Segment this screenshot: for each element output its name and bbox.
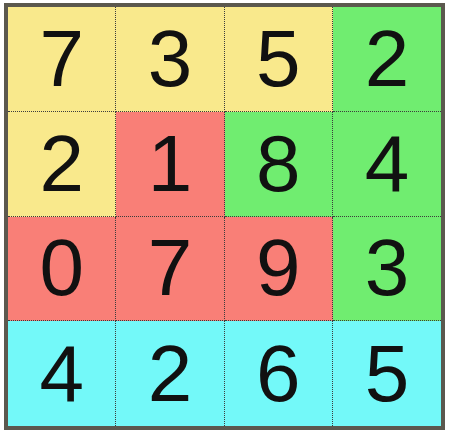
grid-cell-r4c4[interactable]: 5 [333,321,441,426]
cell-digit: 2 [148,334,193,414]
grid-cell-r1c3[interactable]: 5 [225,7,333,112]
grid-cell-r1c1[interactable]: 7 [8,7,116,112]
puzzle-grid: 7352218407934265 [8,7,441,426]
cell-digit: 5 [256,19,301,99]
grid-cell-r1c4[interactable]: 2 [333,7,441,112]
grid-cell-r2c2[interactable]: 1 [116,112,224,217]
cell-digit: 4 [39,334,84,414]
cell-digit: 2 [365,19,410,99]
grid-cell-r4c2[interactable]: 2 [116,321,224,426]
cell-digit: 0 [39,228,84,308]
cell-digit: 5 [365,334,410,414]
grid-cell-r4c1[interactable]: 4 [8,321,116,426]
grid-cell-r4c3[interactable]: 6 [225,321,333,426]
cell-digit: 4 [365,124,410,204]
grid-cell-r3c1[interactable]: 0 [8,217,116,322]
cell-digit: 2 [39,124,84,204]
grid-cell-r3c4[interactable]: 3 [333,217,441,322]
cell-digit: 7 [39,19,84,99]
grid-cell-r2c1[interactable]: 2 [8,112,116,217]
cell-digit: 1 [148,124,193,204]
grid-cell-r2c4[interactable]: 4 [333,112,441,217]
grid-cell-r3c3[interactable]: 9 [225,217,333,322]
grid-cell-r2c3[interactable]: 8 [225,112,333,217]
puzzle-board: 7352218407934265 [4,3,445,430]
grid-cell-r3c2[interactable]: 7 [116,217,224,322]
cell-digit: 8 [256,124,301,204]
cell-digit: 3 [365,228,410,308]
cell-digit: 7 [148,228,193,308]
cell-digit: 6 [256,334,301,414]
grid-cell-r1c2[interactable]: 3 [116,7,224,112]
cell-digit: 3 [148,19,193,99]
cell-digit: 9 [256,228,301,308]
